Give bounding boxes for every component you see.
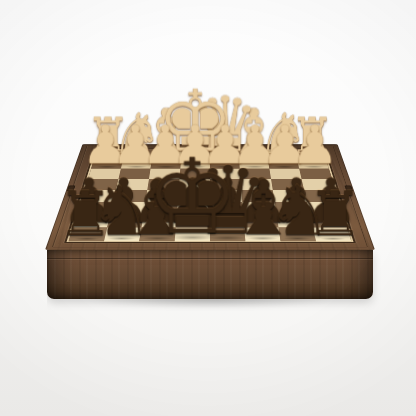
chess-set-photo: ♜♞♝♚♛♝♞♜♟♟♟♟♟♟♟♟♟♟♟♟♟♟♟♟♜♞♝♚♛♝♞♜ — [0, 0, 416, 416]
box-front-face — [47, 250, 373, 299]
photo-stage: ♜♞♝♚♛♝♞♜♟♟♟♟♟♟♟♟♟♟♟♟♟♟♟♟♜♞♝♚♛♝♞♜ — [0, 0, 416, 416]
chess-box-top: ♜♞♝♚♛♝♞♜♟♟♟♟♟♟♟♟♟♟♟♟♟♟♟♟♜♞♝♚♛♝♞♜ — [45, 144, 375, 250]
black-king: ♚ — [82, 144, 301, 248]
lid-seam-line — [47, 258, 373, 259]
chess-board-grid: ♜♞♝♚♛♝♞♜♟♟♟♟♟♟♟♟♟♟♟♟♟♟♟♟♜♞♝♚♛♝♞♜ — [66, 149, 353, 242]
square-e8: ♚ — [175, 227, 210, 241]
